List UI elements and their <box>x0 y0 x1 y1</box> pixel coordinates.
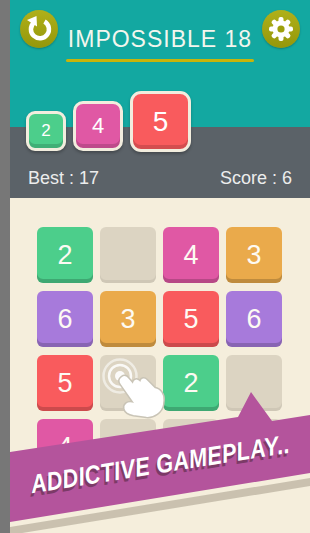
board-cell-r2c3[interactable]: 5 <box>163 291 219 347</box>
board-cell-r2c2[interactable]: 3 <box>100 291 156 347</box>
queue-tile-next-1: 2 <box>26 111 66 151</box>
board-cell-r4c4[interactable] <box>226 419 282 475</box>
board-cell-r1c2[interactable] <box>100 227 156 283</box>
board-cell-r3c4[interactable] <box>226 355 282 411</box>
game-board: 2 4 3 6 3 5 6 5 2 4 <box>37 227 282 475</box>
app-screen: IMPOSSIBLE 18 2 4 5 Best : 17 <box>10 0 310 533</box>
current-score-label: Score : 6 <box>220 168 292 189</box>
title-underline <box>66 59 254 62</box>
board-cell-r2c4[interactable]: 6 <box>226 291 282 347</box>
board-cell-r1c4[interactable]: 3 <box>226 227 282 283</box>
board-cell-r2c1[interactable]: 6 <box>37 291 93 347</box>
queue-tile-next-2: 4 <box>73 101 123 151</box>
settings-button[interactable] <box>262 10 300 48</box>
board-cell-r4c2[interactable] <box>100 419 156 475</box>
board-cell-r1c1[interactable]: 2 <box>37 227 93 283</box>
best-score-label: Best : 17 <box>28 168 99 189</box>
board-cell-r3c2[interactable] <box>100 355 156 411</box>
board-cell-r3c3[interactable]: 2 <box>163 355 219 411</box>
gear-icon <box>262 10 300 48</box>
queue-tile-current: 5 <box>130 91 191 152</box>
board-cell-r1c3[interactable]: 4 <box>163 227 219 283</box>
board-cell-r4c3[interactable] <box>163 419 219 475</box>
board-cell-r4c1[interactable]: 4 <box>37 419 93 475</box>
board-cell-r3c1[interactable]: 5 <box>37 355 93 411</box>
